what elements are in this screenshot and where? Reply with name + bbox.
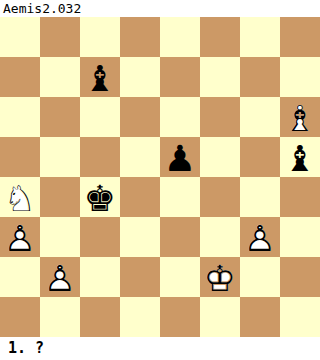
square-g6[interactable] [240,97,280,137]
black-pawn[interactable]: ♟ [160,137,200,177]
chess-board: ♝♝♗♟♝♞♘♚♟♙♟♙♟♙♚♔ [0,17,320,337]
move-prompt: 1. ? [0,337,320,360]
black-bishop[interactable]: ♝ [80,57,120,97]
square-b8[interactable] [40,17,80,57]
square-d5[interactable] [120,137,160,177]
black-bishop-glyph: ♝ [280,137,320,177]
white-king[interactable]: ♚♔ [200,257,240,297]
square-h2[interactable] [280,257,320,297]
square-f3[interactable] [200,217,240,257]
square-d8[interactable] [120,17,160,57]
square-c7[interactable]: ♝ [80,57,120,97]
square-e2[interactable] [160,257,200,297]
square-c8[interactable] [80,17,120,57]
square-b6[interactable] [40,97,80,137]
square-c5[interactable] [80,137,120,177]
square-g7[interactable] [240,57,280,97]
square-e6[interactable] [160,97,200,137]
white-pawn-fill: ♟ [240,217,280,257]
square-e8[interactable] [160,17,200,57]
square-h7[interactable] [280,57,320,97]
square-d4[interactable] [120,177,160,217]
white-pawn-fill: ♟ [40,257,80,297]
chess-problem-viewer: Aemis2.032 ♝♝♗♟♝♞♘♚♟♙♟♙♟♙♚♔ 1. ? [0,0,320,360]
white-pawn[interactable]: ♟♙ [0,217,40,257]
square-c3[interactable] [80,217,120,257]
white-bishop[interactable]: ♝♗ [280,97,320,137]
square-f5[interactable] [200,137,240,177]
square-c4[interactable]: ♚ [80,177,120,217]
white-pawn[interactable]: ♟♙ [40,257,80,297]
white-pawn-fill: ♟ [0,217,40,257]
square-h4[interactable] [280,177,320,217]
square-a1[interactable] [0,297,40,337]
square-f2[interactable]: ♚♔ [200,257,240,297]
white-pawn[interactable]: ♟♙ [240,217,280,257]
square-f7[interactable] [200,57,240,97]
square-g3[interactable]: ♟♙ [240,217,280,257]
square-h5[interactable]: ♝ [280,137,320,177]
black-pawn-glyph: ♟ [160,137,200,177]
square-d2[interactable] [120,257,160,297]
square-g1[interactable] [240,297,280,337]
white-king-fill: ♚ [200,257,240,297]
square-b2[interactable]: ♟♙ [40,257,80,297]
square-a4[interactable]: ♞♘ [0,177,40,217]
square-a2[interactable] [0,257,40,297]
square-e5[interactable]: ♟ [160,137,200,177]
square-h8[interactable] [280,17,320,57]
white-bishop-glyph: ♗ [280,97,320,137]
square-d6[interactable] [120,97,160,137]
square-g4[interactable] [240,177,280,217]
black-king-glyph: ♚ [80,177,120,217]
square-c1[interactable] [80,297,120,337]
black-king[interactable]: ♚ [80,177,120,217]
white-pawn-glyph: ♙ [0,217,40,257]
white-king-glyph: ♔ [200,257,240,297]
square-f6[interactable] [200,97,240,137]
square-h3[interactable] [280,217,320,257]
square-a3[interactable]: ♟♙ [0,217,40,257]
square-a6[interactable] [0,97,40,137]
square-g8[interactable] [240,17,280,57]
white-knight[interactable]: ♞♘ [0,177,40,217]
square-a8[interactable] [0,17,40,57]
square-b7[interactable] [40,57,80,97]
square-a5[interactable] [0,137,40,177]
square-f4[interactable] [200,177,240,217]
square-d7[interactable] [120,57,160,97]
square-f8[interactable] [200,17,240,57]
black-bishop[interactable]: ♝ [280,137,320,177]
square-g5[interactable] [240,137,280,177]
square-a7[interactable] [0,57,40,97]
square-f1[interactable] [200,297,240,337]
square-h1[interactable] [280,297,320,337]
square-g2[interactable] [240,257,280,297]
black-bishop-glyph: ♝ [80,57,120,97]
square-d3[interactable] [120,217,160,257]
square-b4[interactable] [40,177,80,217]
square-e7[interactable] [160,57,200,97]
square-e3[interactable] [160,217,200,257]
white-pawn-glyph: ♙ [40,257,80,297]
square-b5[interactable] [40,137,80,177]
square-c6[interactable] [80,97,120,137]
square-h6[interactable]: ♝♗ [280,97,320,137]
square-b3[interactable] [40,217,80,257]
white-knight-glyph: ♘ [0,177,40,217]
square-d1[interactable] [120,297,160,337]
white-pawn-glyph: ♙ [240,217,280,257]
white-knight-fill: ♞ [0,177,40,217]
square-c2[interactable] [80,257,120,297]
square-e1[interactable] [160,297,200,337]
white-bishop-fill: ♝ [280,97,320,137]
page-title: Aemis2.032 [0,0,320,17]
square-e4[interactable] [160,177,200,217]
square-b1[interactable] [40,297,80,337]
